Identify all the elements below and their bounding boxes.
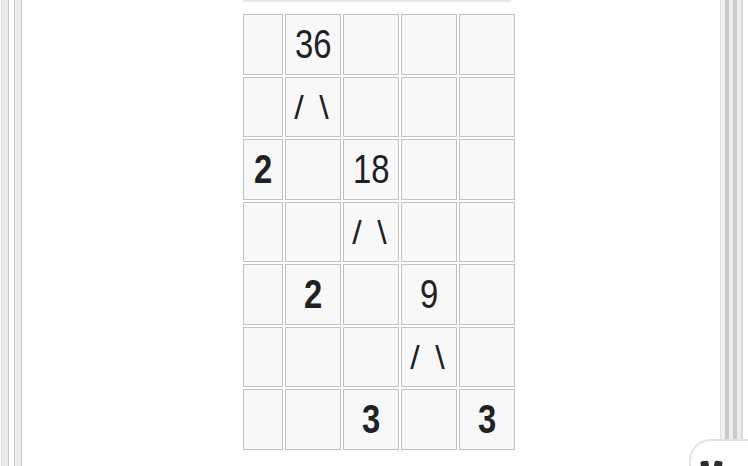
tree-cell-r1c2: 36	[285, 14, 341, 75]
tree-cell-r7c1	[243, 389, 283, 450]
node-value: 2	[304, 274, 322, 314]
tree-cell-r3c3: 18	[343, 139, 399, 200]
tree-cell-r3c1: 2	[243, 139, 283, 200]
tree-cell-r7c5: 3	[459, 389, 515, 450]
node-value: 3	[362, 399, 380, 439]
card-stack-edge-left	[0, 0, 22, 466]
tree-cell-r4c4	[401, 202, 457, 263]
tree-cell-r4c5	[459, 202, 515, 263]
tree-cell-r2c3	[343, 77, 399, 138]
tree-cell-r2c1	[243, 77, 283, 138]
factor-tree-grid: 36/ \218/ \29/ \33	[241, 12, 517, 452]
tree-cell-r1c5	[459, 14, 515, 75]
branch-arms: / \	[410, 340, 447, 374]
tree-cell-r7c3: 3	[343, 389, 399, 450]
branch-arms: / \	[352, 215, 389, 249]
tree-cell-r6c2	[285, 327, 341, 388]
tree-cell-r3c5	[459, 139, 515, 200]
tree-cell-r2c4	[401, 77, 457, 138]
card-stack-edge-right	[720, 0, 748, 466]
tree-cell-r4c1	[243, 202, 283, 263]
tree-cell-r4c3: / \	[343, 202, 399, 263]
branch-arms: / \	[294, 90, 331, 124]
clipped-glyph-left	[700, 461, 709, 466]
tree-cell-r1c3	[343, 14, 399, 75]
tree-cell-r1c4	[401, 14, 457, 75]
node-value: 18	[353, 149, 389, 189]
factor-tree-screen: 36/ \218/ \29/ \33	[0, 0, 748, 466]
tree-cell-r2c2: / \	[285, 77, 341, 138]
tree-cell-r7c2	[285, 389, 341, 450]
tree-cell-r7c4	[401, 389, 457, 450]
tree-cell-r3c4	[401, 139, 457, 200]
tree-cell-r6c4: / \	[401, 327, 457, 388]
tree-cell-r5c1	[243, 264, 283, 325]
clipped-glyph-right	[713, 461, 722, 466]
tree-cell-r5c5	[459, 264, 515, 325]
tree-cell-r6c3	[343, 327, 399, 388]
tree-cell-r3c2	[285, 139, 341, 200]
tree-cell-r5c2: 2	[285, 264, 341, 325]
node-value: 9	[420, 274, 438, 314]
cropped-top-border	[243, 0, 511, 2]
tree-cell-r6c1	[243, 327, 283, 388]
tree-cell-r5c4: 9	[401, 264, 457, 325]
node-value: 3	[478, 399, 496, 439]
tree-cell-r5c3	[343, 264, 399, 325]
tree-cell-r6c5	[459, 327, 515, 388]
tree-cell-r2c5	[459, 77, 515, 138]
peek-card[interactable]	[689, 439, 748, 466]
node-value: 36	[295, 24, 331, 64]
tree-cell-r4c2	[285, 202, 341, 263]
node-value: 2	[254, 149, 272, 189]
tree-cell-r1c1	[243, 14, 283, 75]
